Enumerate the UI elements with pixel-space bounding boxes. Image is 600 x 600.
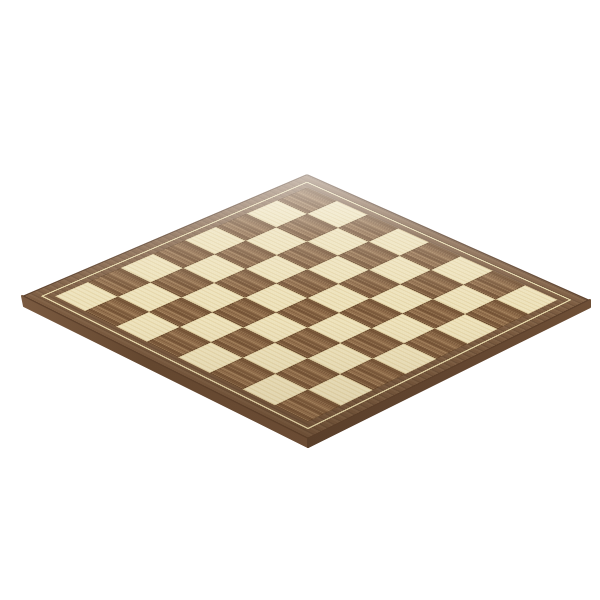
product-photo bbox=[0, 0, 600, 600]
